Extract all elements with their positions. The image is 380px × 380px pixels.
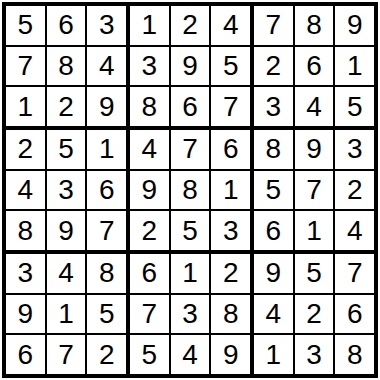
cell-r8c3[interactable]: 5 <box>86 294 127 335</box>
cell-r7c7[interactable]: 9 <box>253 253 294 294</box>
cell-r2c6[interactable]: 5 <box>210 46 251 87</box>
box-2-3: 893572614 <box>252 128 376 252</box>
cell-r9c9[interactable]: 8 <box>334 334 375 375</box>
box-3-3: 957426138 <box>252 252 376 376</box>
cell-r3c2[interactable]: 2 <box>46 86 87 127</box>
cell-r3c9[interactable]: 5 <box>334 86 375 127</box>
cell-r1c5[interactable]: 2 <box>170 5 211 46</box>
cell-r6c8[interactable]: 1 <box>294 210 335 251</box>
cell-r4c7[interactable]: 8 <box>253 129 294 170</box>
cell-r1c2[interactable]: 6 <box>46 5 87 46</box>
box-3-1: 348915672 <box>4 252 128 376</box>
cell-r4c2[interactable]: 5 <box>46 129 87 170</box>
cell-r4c4[interactable]: 4 <box>129 129 170 170</box>
cell-r4c3[interactable]: 1 <box>86 129 127 170</box>
cell-r2c9[interactable]: 1 <box>334 46 375 87</box>
cell-r6c7[interactable]: 6 <box>253 210 294 251</box>
cell-r6c3[interactable]: 7 <box>86 210 127 251</box>
cell-r3c7[interactable]: 3 <box>253 86 294 127</box>
cell-r6c1[interactable]: 8 <box>5 210 46 251</box>
cell-r3c6[interactable]: 7 <box>210 86 251 127</box>
box-2-2: 476981253 <box>128 128 252 252</box>
cell-r3c1[interactable]: 1 <box>5 86 46 127</box>
box-2-1: 251436897 <box>4 128 128 252</box>
cell-r8c8[interactable]: 2 <box>294 294 335 335</box>
cell-r9c5[interactable]: 4 <box>170 334 211 375</box>
sudoku-board: 5637841291243958677892613452514368974769… <box>2 2 378 378</box>
cell-r7c4[interactable]: 6 <box>129 253 170 294</box>
cell-r8c5[interactable]: 3 <box>170 294 211 335</box>
cell-r9c2[interactable]: 7 <box>46 334 87 375</box>
cell-r1c3[interactable]: 3 <box>86 5 127 46</box>
cell-r9c3[interactable]: 2 <box>86 334 127 375</box>
cell-r9c8[interactable]: 3 <box>294 334 335 375</box>
cell-r4c8[interactable]: 9 <box>294 129 335 170</box>
cell-r5c2[interactable]: 3 <box>46 170 87 211</box>
cell-r9c6[interactable]: 9 <box>210 334 251 375</box>
box-1-2: 124395867 <box>128 4 252 128</box>
cell-r8c9[interactable]: 6 <box>334 294 375 335</box>
cell-r9c4[interactable]: 5 <box>129 334 170 375</box>
cell-r6c9[interactable]: 4 <box>334 210 375 251</box>
cell-r2c7[interactable]: 2 <box>253 46 294 87</box>
cell-r5c1[interactable]: 4 <box>5 170 46 211</box>
cell-r7c6[interactable]: 2 <box>210 253 251 294</box>
cell-r2c1[interactable]: 7 <box>5 46 46 87</box>
cell-r7c3[interactable]: 8 <box>86 253 127 294</box>
cell-r3c8[interactable]: 4 <box>294 86 335 127</box>
cell-r4c9[interactable]: 3 <box>334 129 375 170</box>
cell-r5c9[interactable]: 2 <box>334 170 375 211</box>
cell-r3c3[interactable]: 9 <box>86 86 127 127</box>
cell-r7c5[interactable]: 1 <box>170 253 211 294</box>
cell-r8c6[interactable]: 8 <box>210 294 251 335</box>
sudoku-page: 5637841291243958677892613452514368974769… <box>0 0 380 380</box>
cell-r3c5[interactable]: 6 <box>170 86 211 127</box>
cell-r1c7[interactable]: 7 <box>253 5 294 46</box>
cell-r5c4[interactable]: 9 <box>129 170 170 211</box>
cell-r7c2[interactable]: 4 <box>46 253 87 294</box>
cell-r2c5[interactable]: 9 <box>170 46 211 87</box>
box-1-3: 789261345 <box>252 4 376 128</box>
cell-r6c4[interactable]: 2 <box>129 210 170 251</box>
cell-r7c9[interactable]: 7 <box>334 253 375 294</box>
cell-r4c6[interactable]: 6 <box>210 129 251 170</box>
cell-r1c1[interactable]: 5 <box>5 5 46 46</box>
cell-r7c8[interactable]: 5 <box>294 253 335 294</box>
cell-r6c6[interactable]: 3 <box>210 210 251 251</box>
cell-r5c6[interactable]: 1 <box>210 170 251 211</box>
cell-r9c7[interactable]: 1 <box>253 334 294 375</box>
cell-r1c6[interactable]: 4 <box>210 5 251 46</box>
cell-r2c3[interactable]: 4 <box>86 46 127 87</box>
cell-r6c5[interactable]: 5 <box>170 210 211 251</box>
box-1-1: 563784129 <box>4 4 128 128</box>
cell-r2c2[interactable]: 8 <box>46 46 87 87</box>
cell-r9c1[interactable]: 6 <box>5 334 46 375</box>
cell-r8c1[interactable]: 9 <box>5 294 46 335</box>
cell-r4c5[interactable]: 7 <box>170 129 211 170</box>
cell-r7c1[interactable]: 3 <box>5 253 46 294</box>
cell-r3c4[interactable]: 8 <box>129 86 170 127</box>
cell-r2c4[interactable]: 3 <box>129 46 170 87</box>
cell-r5c8[interactable]: 7 <box>294 170 335 211</box>
cell-r1c4[interactable]: 1 <box>129 5 170 46</box>
cell-r8c4[interactable]: 7 <box>129 294 170 335</box>
cell-r2c8[interactable]: 6 <box>294 46 335 87</box>
cell-r8c7[interactable]: 4 <box>253 294 294 335</box>
cell-r5c5[interactable]: 8 <box>170 170 211 211</box>
cell-r4c1[interactable]: 2 <box>5 129 46 170</box>
cell-r1c8[interactable]: 8 <box>294 5 335 46</box>
cell-r5c7[interactable]: 5 <box>253 170 294 211</box>
cell-r6c2[interactable]: 9 <box>46 210 87 251</box>
cell-r5c3[interactable]: 6 <box>86 170 127 211</box>
cell-r8c2[interactable]: 1 <box>46 294 87 335</box>
cell-r1c9[interactable]: 9 <box>334 5 375 46</box>
box-3-2: 612738549 <box>128 252 252 376</box>
